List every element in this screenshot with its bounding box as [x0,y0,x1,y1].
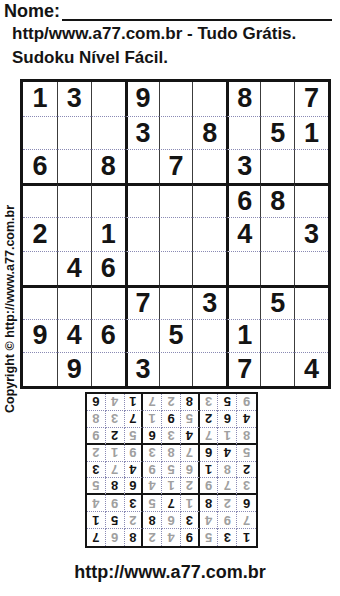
solution-cell-r2c3: 4 [200,512,219,529]
solution-cell-r6c7: 9 [125,445,144,462]
sudoku-puzzle-grid: 139873851687368214346735946519374 [20,79,331,389]
name-row: Nome: [4,1,332,21]
solution-cell-r7c1: 8 [237,428,256,445]
solution-cell-r7c8: 2 [106,428,125,445]
puzzle-level-title: Sudoku Nível Fácil. [12,48,168,68]
puzzle-cell-r7c9[interactable] [294,285,328,319]
puzzle-cell-r4c9[interactable] [294,183,328,217]
solution-cell-r4c1: 3 [237,478,256,495]
solution-cell-r2c4: 3 [181,512,200,529]
solution-cell-r5c2: 8 [218,462,237,479]
puzzle-cell-r6c3[interactable]: 6 [91,251,125,285]
puzzle-cell-r9c4[interactable]: 3 [125,352,159,386]
solution-cell-r8c5: 9 [162,411,181,428]
puzzle-cell-r8c9[interactable] [294,319,328,353]
puzzle-cell-r6c4[interactable] [125,251,159,285]
puzzle-cell-r8c6[interactable] [192,319,226,353]
puzzle-cell-r9c1[interactable] [23,352,57,386]
puzzle-cell-r3c3[interactable]: 8 [91,149,125,183]
puzzle-cell-r1c8[interactable] [260,82,294,116]
puzzle-cell-r6c1[interactable] [23,251,57,285]
solution-cell-r4c8: 8 [106,478,125,495]
puzzle-cell-r8c7[interactable]: 1 [226,319,260,353]
solution-cell-r3c6: 5 [143,495,162,512]
puzzle-cell-r5c7[interactable]: 4 [226,217,260,251]
solution-cell-r8c8: 3 [106,411,125,428]
puzzle-cell-r6c2[interactable]: 4 [57,251,91,285]
site-tagline: http/www.a77.com.br - Tudo Grátis. [12,24,296,44]
solution-cell-r5c5: 5 [162,462,181,479]
puzzle-cell-r8c5[interactable]: 5 [159,319,193,353]
solution-cell-r9c2: 5 [218,394,237,411]
puzzle-cell-r6c8[interactable] [260,251,294,285]
puzzle-cell-r1c4[interactable]: 9 [125,82,159,116]
solution-cell-r6c4: 7 [181,445,200,462]
solution-cell-r6c9: 2 [87,445,106,462]
puzzle-cell-r3c7[interactable]: 3 [226,149,260,183]
solution-cell-r9c9: 6 [87,394,106,411]
puzzle-cell-r4c5[interactable] [159,183,193,217]
solution-cell-r9c5: 2 [162,394,181,411]
solution-cell-r4c2: 7 [218,478,237,495]
solution-cell-r8c2: 6 [218,411,237,428]
puzzle-cell-r1c3[interactable] [91,82,125,116]
puzzle-cell-r3c6[interactable] [192,149,226,183]
solution-cell-r2c1: 7 [237,512,256,529]
solution-cell-r1c4: 9 [181,529,200,546]
puzzle-cell-r1c5[interactable] [159,82,193,116]
puzzle-cell-r8c1[interactable]: 9 [23,319,57,353]
solution-cell-r7c7: 5 [125,428,144,445]
solution-cell-r9c8: 4 [106,394,125,411]
puzzle-cell-r2c9[interactable]: 1 [294,116,328,150]
solution-cell-r2c2: 9 [218,512,237,529]
puzzle-cell-r1c2[interactable]: 3 [57,82,91,116]
puzzle-cell-r2c6[interactable]: 8 [192,116,226,150]
puzzle-cell-r9c2[interactable]: 9 [57,352,91,386]
solution-cell-r2c9: 1 [87,512,106,529]
solution-cell-r9c3: 3 [200,394,219,411]
solution-cell-r8c9: 8 [87,411,106,428]
solution-cell-r2c5: 6 [162,512,181,529]
solution-cell-r5c4: 6 [181,462,200,479]
puzzle-cell-r1c6[interactable] [192,82,226,116]
solution-cell-r3c8: 9 [106,495,125,512]
sudoku-solution-grid-rotated: 1359428677943682516281753943792146852816… [85,392,258,548]
puzzle-cell-r9c5[interactable] [159,352,193,386]
puzzle-cell-r9c6[interactable] [192,352,226,386]
solution-cell-r6c8: 1 [106,445,125,462]
puzzle-cell-r2c3[interactable] [91,116,125,150]
puzzle-cell-r1c9[interactable]: 7 [294,82,328,116]
puzzle-cell-r7c1[interactable] [23,285,57,319]
solution-cell-r9c4: 8 [181,394,200,411]
solution-cell-r7c3: 7 [200,428,219,445]
solution-cell-r5c1: 2 [237,462,256,479]
puzzle-cell-r1c7[interactable]: 8 [226,82,260,116]
solution-cell-r1c1: 1 [237,529,256,546]
solution-cell-r2c6: 8 [143,512,162,529]
solution-cell-r1c7: 8 [125,529,144,546]
puzzle-cell-r5c2[interactable] [57,217,91,251]
puzzle-cell-r5c9[interactable]: 3 [294,217,328,251]
solution-cell-r7c4: 4 [181,428,200,445]
puzzle-cell-r2c1[interactable] [23,116,57,150]
name-blank-line[interactable] [62,2,332,21]
solution-cell-r6c3: 6 [200,445,219,462]
solution-cell-r1c3: 5 [200,529,219,546]
solution-cell-r6c1: 5 [237,445,256,462]
solution-cell-r6c2: 4 [218,445,237,462]
solution-cell-r5c6: 9 [143,462,162,479]
puzzle-cell-r9c7[interactable]: 7 [226,352,260,386]
solution-cell-r4c7: 6 [125,478,144,495]
puzzle-cell-r7c2[interactable] [57,285,91,319]
puzzle-cell-r5c4[interactable] [125,217,159,251]
puzzle-cell-r7c3[interactable] [91,285,125,319]
solution-cell-r4c6: 4 [143,478,162,495]
solution-cell-r7c6: 6 [143,428,162,445]
solution-cell-r1c6: 2 [143,529,162,546]
solution-cell-r7c2: 1 [218,428,237,445]
footer-url[interactable]: http://www.a77.com.br [0,562,340,583]
puzzle-cell-r6c9[interactable] [294,251,328,285]
puzzle-cell-r4c3[interactable] [91,183,125,217]
solution-cell-r4c3: 9 [200,478,219,495]
solution-cell-r1c2: 3 [218,529,237,546]
sudoku-print-page: Nome: http/www.a77.com.br - Tudo Grátis.… [0,0,340,596]
solution-cell-r3c9: 4 [87,495,106,512]
puzzle-cell-r5c8[interactable] [260,217,294,251]
solution-cell-r1c9: 7 [87,529,106,546]
puzzle-cell-r7c8[interactable]: 5 [260,285,294,319]
puzzle-cell-r8c4[interactable] [125,319,159,353]
puzzle-cell-r4c1[interactable] [23,183,57,217]
solution-cell-r3c1: 6 [237,495,256,512]
solution-cell-r8c7: 7 [125,411,144,428]
solution-cell-r4c4: 2 [181,478,200,495]
puzzle-cell-r9c8[interactable] [260,352,294,386]
solution-cell-r2c8: 5 [106,512,125,529]
solution-cell-r2c7: 2 [125,512,144,529]
puzzle-cell-r6c7[interactable] [226,251,260,285]
puzzle-cell-r9c9[interactable]: 4 [294,352,328,386]
puzzle-cell-r2c7[interactable] [226,116,260,150]
solution-cell-r9c7: 1 [125,394,144,411]
puzzle-cell-r5c3[interactable]: 1 [91,217,125,251]
solution-cell-r8c6: 1 [143,411,162,428]
puzzle-cell-r2c2[interactable] [57,116,91,150]
puzzle-cell-r4c2[interactable] [57,183,91,217]
solution-cell-r6c5: 8 [162,445,181,462]
solution-cell-r5c7: 4 [125,462,144,479]
solution-cell-r5c3: 1 [200,462,219,479]
puzzle-cell-r3c9[interactable] [294,149,328,183]
puzzle-cell-r1c1[interactable]: 1 [23,82,57,116]
puzzle-cell-r4c7[interactable]: 6 [226,183,260,217]
puzzle-cell-r2c4[interactable]: 3 [125,116,159,150]
solution-cell-r7c5: 3 [162,428,181,445]
puzzle-cell-r4c8[interactable]: 8 [260,183,294,217]
solution-cell-r8c1: 4 [237,411,256,428]
puzzle-cell-r2c8[interactable]: 5 [260,116,294,150]
copyright-vertical-text: Copyright © http://www.a77.com.br [3,68,17,413]
solution-cell-r5c9: 3 [87,462,106,479]
puzzle-cell-r7c6[interactable]: 3 [192,285,226,319]
solution-cell-r5c8: 7 [106,462,125,479]
puzzle-cell-r3c8[interactable] [260,149,294,183]
solution-cell-r9c1: 9 [237,394,256,411]
puzzle-cell-r5c1[interactable]: 2 [23,217,57,251]
puzzle-cell-r2c5[interactable] [159,116,193,150]
puzzle-cell-r6c5[interactable] [159,251,193,285]
solution-cell-r4c9: 5 [87,478,106,495]
solution-cell-r3c3: 8 [200,495,219,512]
puzzle-cell-r8c8[interactable] [260,319,294,353]
solution-cell-r3c4: 1 [181,495,200,512]
solution-cell-r8c3: 2 [200,411,219,428]
puzzle-cell-r7c4[interactable]: 7 [125,285,159,319]
solution-cell-r1c8: 6 [106,529,125,546]
puzzle-cell-r5c6[interactable] [192,217,226,251]
solution-cell-r4c5: 1 [162,478,181,495]
puzzle-cell-r8c2[interactable]: 4 [57,319,91,353]
solution-cell-r1c5: 4 [162,529,181,546]
solution-cell-r6c6: 3 [143,445,162,462]
puzzle-cell-r3c5[interactable]: 7 [159,149,193,183]
solution-cell-r3c2: 2 [218,495,237,512]
puzzle-cell-r7c7[interactable] [226,285,260,319]
puzzle-cell-r7c5[interactable] [159,285,193,319]
solution-cell-r8c4: 5 [181,411,200,428]
solution-cell-r3c5: 7 [162,495,181,512]
puzzle-cell-r3c2[interactable] [57,149,91,183]
solution-cell-r9c6: 7 [143,394,162,411]
puzzle-cell-r8c3[interactable]: 6 [91,319,125,353]
puzzle-cell-r5c5[interactable] [159,217,193,251]
puzzle-cell-r6c6[interactable] [192,251,226,285]
puzzle-cell-r4c6[interactable] [192,183,226,217]
name-label: Nome: [4,1,60,21]
puzzle-cell-r4c4[interactable] [125,183,159,217]
solution-cell-r7c9: 9 [87,428,106,445]
puzzle-cell-r3c1[interactable]: 6 [23,149,57,183]
puzzle-cell-r3c4[interactable] [125,149,159,183]
puzzle-cell-r9c3[interactable] [91,352,125,386]
solution-cell-r3c7: 3 [125,495,144,512]
